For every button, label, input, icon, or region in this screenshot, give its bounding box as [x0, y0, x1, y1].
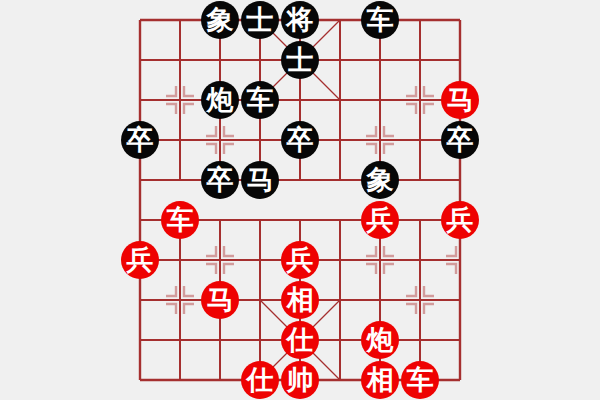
pieces-layer: 象士将车士炮车马卒卒卒卒马象车兵兵兵兵马相仕炮仕帅相车	[0, 0, 600, 400]
piece-black-general[interactable]: 将	[281, 1, 319, 39]
piece-red-chariot[interactable]: 车	[401, 361, 439, 399]
piece-red-advisor[interactable]: 仕	[281, 321, 319, 359]
piece-red-horse[interactable]: 马	[441, 81, 479, 119]
piece-black-elephant[interactable]: 象	[201, 1, 239, 39]
piece-black-advisor[interactable]: 士	[241, 1, 279, 39]
xiangqi-board-screenshot: 象士将车士炮车马卒卒卒卒马象车兵兵兵兵马相仕炮仕帅相车	[0, 0, 600, 400]
piece-red-elephant[interactable]: 相	[361, 361, 399, 399]
piece-red-soldier[interactable]: 兵	[441, 201, 479, 239]
piece-black-soldier[interactable]: 卒	[441, 121, 479, 159]
piece-red-chariot[interactable]: 车	[161, 201, 199, 239]
piece-red-cannon[interactable]: 炮	[361, 321, 399, 359]
piece-red-general[interactable]: 帅	[281, 361, 319, 399]
piece-red-horse[interactable]: 马	[201, 281, 239, 319]
piece-red-soldier[interactable]: 兵	[121, 241, 159, 279]
piece-black-advisor[interactable]: 士	[281, 41, 319, 79]
piece-black-soldier[interactable]: 卒	[281, 121, 319, 159]
piece-black-soldier[interactable]: 卒	[121, 121, 159, 159]
piece-red-soldier[interactable]: 兵	[361, 201, 399, 239]
piece-black-cannon[interactable]: 炮	[201, 81, 239, 119]
piece-black-soldier[interactable]: 卒	[201, 161, 239, 199]
piece-red-soldier[interactable]: 兵	[281, 241, 319, 279]
piece-red-elephant[interactable]: 相	[281, 281, 319, 319]
piece-black-elephant[interactable]: 象	[361, 161, 399, 199]
piece-black-horse[interactable]: 马	[241, 161, 279, 199]
piece-black-chariot[interactable]: 车	[361, 1, 399, 39]
piece-black-chariot[interactable]: 车	[241, 81, 279, 119]
piece-red-advisor[interactable]: 仕	[241, 361, 279, 399]
